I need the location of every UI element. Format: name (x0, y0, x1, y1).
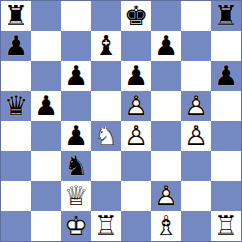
square-a8[interactable]: ♜ (1, 1, 31, 31)
square-a6[interactable] (1, 61, 31, 91)
square-d7[interactable]: ♝ (91, 31, 121, 61)
square-d5[interactable] (91, 91, 121, 121)
white-pawn-outline-glyph: ♙ (151, 181, 181, 211)
square-e6[interactable]: ♟ (121, 61, 151, 91)
square-e5[interactable]: ♟♙ (121, 91, 151, 121)
square-c8[interactable] (61, 1, 91, 31)
black-pawn-glyph: ♟ (61, 121, 91, 151)
black-bishop-glyph: ♝ (91, 31, 121, 61)
piece-white-pawn[interactable]: ♟♙ (181, 91, 211, 121)
square-c5[interactable] (61, 91, 91, 121)
piece-black-pawn[interactable]: ♟ (61, 61, 91, 91)
white-pawn-outline-glyph: ♙ (181, 121, 211, 151)
square-c2[interactable]: ♛♕ (61, 181, 91, 211)
piece-black-pawn[interactable]: ♟ (151, 31, 181, 61)
square-b8[interactable] (31, 1, 61, 31)
white-bishop-outline-glyph: ♗ (151, 211, 181, 241)
white-knight-outline-glyph: ♘ (91, 121, 121, 151)
square-f5[interactable] (151, 91, 181, 121)
square-a7[interactable]: ♟ (1, 31, 31, 61)
square-h3[interactable] (211, 151, 241, 181)
piece-white-pawn[interactable]: ♟♙ (151, 181, 181, 211)
square-h1[interactable]: ♜♖ (211, 211, 241, 241)
piece-black-rook[interactable]: ♜ (211, 1, 241, 31)
square-e1[interactable] (121, 211, 151, 241)
black-pawn-glyph: ♟ (121, 61, 151, 91)
square-b7[interactable] (31, 31, 61, 61)
black-pawn-glyph: ♟ (151, 31, 181, 61)
piece-black-pawn[interactable]: ♟ (1, 31, 31, 61)
square-b5[interactable]: ♟ (31, 91, 61, 121)
square-d1[interactable]: ♜♖ (91, 211, 121, 241)
square-f4[interactable] (151, 121, 181, 151)
piece-white-rook[interactable]: ♜♖ (91, 211, 121, 241)
piece-white-pawn[interactable]: ♟♙ (181, 121, 211, 151)
piece-black-queen[interactable]: ♛ (1, 91, 31, 121)
square-a2[interactable] (1, 181, 31, 211)
square-b4[interactable] (31, 121, 61, 151)
square-g6[interactable] (181, 61, 211, 91)
square-f2[interactable]: ♟♙ (151, 181, 181, 211)
square-f7[interactable]: ♟ (151, 31, 181, 61)
piece-black-pawn[interactable]: ♟ (61, 121, 91, 151)
square-e2[interactable] (121, 181, 151, 211)
piece-white-bishop[interactable]: ♝♗ (151, 211, 181, 241)
square-d4[interactable]: ♞♘ (91, 121, 121, 151)
square-g8[interactable] (181, 1, 211, 31)
square-d2[interactable] (91, 181, 121, 211)
square-d3[interactable] (91, 151, 121, 181)
square-h2[interactable] (211, 181, 241, 211)
square-h4[interactable] (211, 121, 241, 151)
square-e4[interactable]: ♟♙ (121, 121, 151, 151)
square-g5[interactable]: ♟♙ (181, 91, 211, 121)
square-d8[interactable] (91, 1, 121, 31)
square-g2[interactable] (181, 181, 211, 211)
piece-white-knight[interactable]: ♞♘ (91, 121, 121, 151)
black-pawn-glyph: ♟ (1, 31, 31, 61)
square-f3[interactable] (151, 151, 181, 181)
piece-white-queen[interactable]: ♛♕ (61, 181, 91, 211)
square-h5[interactable] (211, 91, 241, 121)
square-c6[interactable]: ♟ (61, 61, 91, 91)
square-g7[interactable] (181, 31, 211, 61)
square-e8[interactable]: ♚ (121, 1, 151, 31)
black-rook-glyph: ♜ (211, 1, 241, 31)
square-g1[interactable] (181, 211, 211, 241)
black-rook-glyph: ♜ (1, 1, 31, 31)
square-a3[interactable] (1, 151, 31, 181)
square-d6[interactable] (91, 61, 121, 91)
piece-black-king[interactable]: ♚ (121, 1, 151, 31)
white-queen-outline-glyph: ♕ (61, 181, 91, 211)
chess-board: ♜♚♜♟♝♟♟♟♟♛♟♟♙♟♙♟♞♘♟♙♟♙♞♛♕♟♙♚♔♜♖♝♗♜♖ (0, 0, 242, 242)
white-pawn-outline-glyph: ♙ (121, 91, 151, 121)
black-pawn-glyph: ♟ (61, 61, 91, 91)
square-f6[interactable] (151, 61, 181, 91)
black-king-glyph: ♚ (121, 1, 151, 31)
piece-black-pawn[interactable]: ♟ (211, 61, 241, 91)
square-f8[interactable] (151, 1, 181, 31)
square-b1[interactable] (31, 211, 61, 241)
square-e3[interactable] (121, 151, 151, 181)
square-c1[interactable]: ♚♔ (61, 211, 91, 241)
square-a5[interactable]: ♛ (1, 91, 31, 121)
white-king-outline-glyph: ♔ (61, 211, 91, 241)
white-rook-outline-glyph: ♖ (211, 211, 241, 241)
square-g3[interactable] (181, 151, 211, 181)
black-pawn-glyph: ♟ (31, 91, 61, 121)
piece-black-knight[interactable]: ♞ (61, 151, 91, 181)
square-a4[interactable] (1, 121, 31, 151)
square-f1[interactable]: ♝♗ (151, 211, 181, 241)
black-pawn-glyph: ♟ (211, 61, 241, 91)
square-c3[interactable]: ♞ (61, 151, 91, 181)
piece-black-bishop[interactable]: ♝ (91, 31, 121, 61)
square-c4[interactable]: ♟ (61, 121, 91, 151)
black-queen-glyph: ♛ (1, 91, 31, 121)
square-b3[interactable] (31, 151, 61, 181)
white-pawn-outline-glyph: ♙ (121, 121, 151, 151)
black-knight-glyph: ♞ (61, 151, 91, 181)
piece-black-pawn[interactable]: ♟ (121, 61, 151, 91)
piece-white-king[interactable]: ♚♔ (61, 211, 91, 241)
square-b2[interactable] (31, 181, 61, 211)
square-g4[interactable]: ♟♙ (181, 121, 211, 151)
piece-black-rook[interactable]: ♜ (1, 1, 31, 31)
square-c7[interactable] (61, 31, 91, 61)
piece-white-rook[interactable]: ♜♖ (211, 211, 241, 241)
piece-black-pawn[interactable]: ♟ (31, 91, 61, 121)
white-pawn-outline-glyph: ♙ (181, 91, 211, 121)
square-e7[interactable] (121, 31, 151, 61)
white-rook-outline-glyph: ♖ (91, 211, 121, 241)
square-h6[interactable]: ♟ (211, 61, 241, 91)
piece-white-pawn[interactable]: ♟♙ (121, 121, 151, 151)
piece-white-pawn[interactable]: ♟♙ (121, 91, 151, 121)
square-b6[interactable] (31, 61, 61, 91)
square-h7[interactable] (211, 31, 241, 61)
square-a1[interactable] (1, 211, 31, 241)
square-h8[interactable]: ♜ (211, 1, 241, 31)
